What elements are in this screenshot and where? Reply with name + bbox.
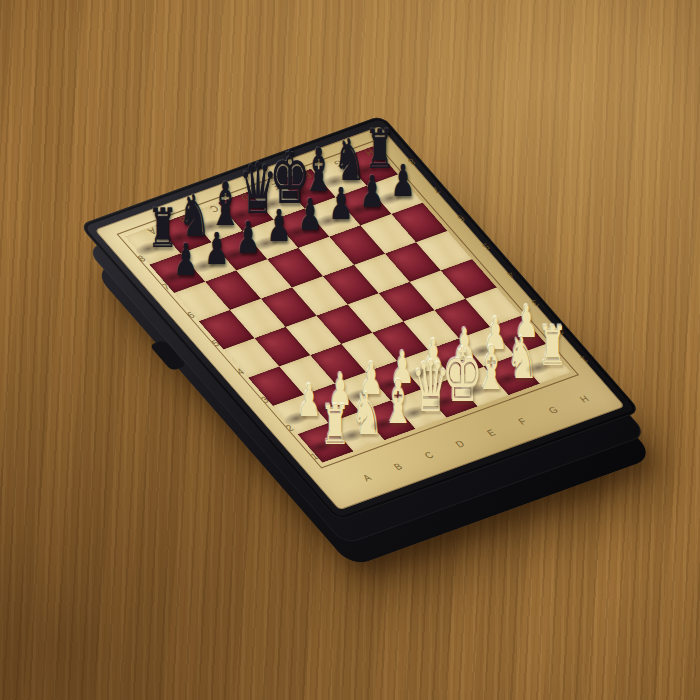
white-rook-icon: ♜ [524,320,580,374]
black-pawn-icon: ♟ [374,159,430,203]
photo-of-travel-chess-set: { "game": "chess", "scene": "small magne… [0,0,700,700]
scene: ABCDEFGH ABCDEFGH 87654321 87654321 ♜♞♝♛… [0,0,700,700]
